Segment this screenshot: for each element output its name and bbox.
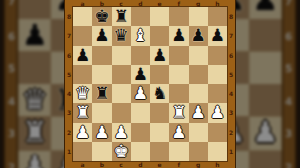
- rank-label-5: 5: [65, 65, 73, 84]
- square-g2[interactable]: [189, 123, 208, 142]
- square-f7[interactable]: ♟: [169, 26, 188, 45]
- file-label-b: b: [92, 161, 111, 168]
- square-f5[interactable]: [169, 65, 188, 84]
- square-h3[interactable]: ♟: [208, 103, 227, 122]
- square-h7[interactable]: ♟: [208, 26, 227, 45]
- square-g8[interactable]: [189, 7, 208, 26]
- square-d7[interactable]: ♝: [131, 26, 150, 45]
- square-b6[interactable]: [92, 46, 111, 65]
- square-c2[interactable]: ♟: [112, 123, 131, 142]
- rank-label-4: 4: [65, 84, 73, 103]
- file-label-e: e: [150, 0, 169, 7]
- black-rook[interactable]: ♜: [94, 85, 109, 102]
- square-a8[interactable]: [73, 7, 92, 26]
- square-e6[interactable]: ♟: [150, 46, 169, 65]
- square-d4[interactable]: ♟: [131, 84, 150, 103]
- square-d3[interactable]: [131, 103, 150, 122]
- file-label-h: h: [208, 161, 227, 168]
- black-pawn[interactable]: ♟: [152, 47, 167, 64]
- rank-label-6: 6: [65, 46, 73, 65]
- square-a2[interactable]: ♟: [73, 123, 92, 142]
- black-knight[interactable]: ♞: [152, 85, 167, 102]
- white-pawn[interactable]: ♟: [114, 124, 129, 141]
- square-e8[interactable]: [150, 7, 169, 26]
- square-h2[interactable]: [208, 123, 227, 142]
- corner-spacer: [227, 161, 235, 168]
- rank-label-1: 1: [65, 142, 73, 161]
- black-pawn[interactable]: ♟: [210, 27, 225, 44]
- white-pawn[interactable]: ♟: [191, 104, 206, 121]
- square-c1[interactable]: ♚: [112, 142, 131, 161]
- square-g4[interactable]: [189, 84, 208, 103]
- white-rook[interactable]: ♜: [75, 104, 90, 121]
- file-label-c: c: [112, 161, 131, 168]
- black-pawn[interactable]: ♟: [171, 27, 186, 44]
- square-a5[interactable]: [73, 65, 92, 84]
- square-b5[interactable]: [92, 65, 111, 84]
- rank-label-8: 8: [65, 7, 73, 26]
- square-c5[interactable]: [112, 65, 131, 84]
- file-label-g: g: [189, 161, 208, 168]
- square-e5[interactable]: [150, 65, 169, 84]
- rank-label-7: 7: [227, 26, 235, 45]
- black-pawn[interactable]: ♟: [191, 27, 206, 44]
- square-b4[interactable]: ♜: [92, 84, 111, 103]
- square-f6[interactable]: [169, 46, 188, 65]
- square-c4[interactable]: [112, 84, 131, 103]
- rank-labels-left: 87654321: [65, 7, 73, 161]
- white-pawn[interactable]: ♟: [75, 124, 90, 141]
- file-label-g: g: [189, 0, 208, 7]
- square-d2[interactable]: [131, 123, 150, 142]
- file-label-f: f: [169, 161, 188, 168]
- corner-spacer: [65, 0, 73, 7]
- black-king[interactable]: ♚: [94, 8, 109, 25]
- square-h6[interactable]: [208, 46, 227, 65]
- corner-spacer: [227, 0, 235, 7]
- square-b3[interactable]: [92, 103, 111, 122]
- rank-label-3: 3: [65, 103, 73, 122]
- foreground-layer: abcdefgh87654321♚♜♟♛♝♟♟♟♟♟♟♛♜♟♞♜♜♟♟♟♟♟♟♚…: [0, 0, 300, 168]
- square-d5[interactable]: ♟: [131, 65, 150, 84]
- square-f1[interactable]: [169, 142, 188, 161]
- square-g7[interactable]: ♟: [189, 26, 208, 45]
- square-c6[interactable]: [112, 46, 131, 65]
- chess-board[interactable]: abcdefgh87654321♚♜♟♛♝♟♟♟♟♟♟♛♜♟♞♜♜♟♟♟♟♟♟♚…: [65, 0, 235, 168]
- file-label-a: a: [73, 161, 92, 168]
- file-label-d: d: [131, 0, 150, 7]
- square-a7[interactable]: [73, 26, 92, 45]
- square-g6[interactable]: [189, 46, 208, 65]
- file-label-a: a: [73, 0, 92, 7]
- rank-label-4: 4: [227, 84, 235, 103]
- square-e3[interactable]: [150, 103, 169, 122]
- white-bishop[interactable]: ♝: [133, 27, 148, 44]
- rank-label-6: 6: [227, 46, 235, 65]
- rank-label-2: 2: [65, 123, 73, 142]
- white-pawn[interactable]: ♟: [210, 104, 225, 121]
- square-g1[interactable]: [189, 142, 208, 161]
- square-g3[interactable]: ♟: [189, 103, 208, 122]
- rank-label-5: 5: [227, 65, 235, 84]
- square-h4[interactable]: [208, 84, 227, 103]
- rank-label-3: 3: [227, 103, 235, 122]
- square-f2[interactable]: ♟: [169, 123, 188, 142]
- file-label-f: f: [169, 0, 188, 7]
- rank-label-2: 2: [227, 123, 235, 142]
- square-a3[interactable]: ♜: [73, 103, 92, 122]
- square-h8[interactable]: [208, 7, 227, 26]
- rank-label-1: 1: [227, 142, 235, 161]
- corner-spacer: [65, 161, 73, 168]
- file-labels-top: abcdefgh: [65, 0, 235, 7]
- square-d6[interactable]: [131, 46, 150, 65]
- square-b8[interactable]: ♚: [92, 7, 111, 26]
- square-d8[interactable]: [131, 7, 150, 26]
- file-labels-bottom: abcdefgh: [65, 161, 235, 168]
- black-pawn[interactable]: ♟: [133, 66, 148, 83]
- file-label-e: e: [150, 161, 169, 168]
- black-rook[interactable]: ♜: [114, 8, 129, 25]
- square-a1[interactable]: [73, 142, 92, 161]
- white-rook[interactable]: ♜: [171, 104, 186, 121]
- white-pawn[interactable]: ♟: [133, 85, 148, 102]
- square-c8[interactable]: ♜: [112, 7, 131, 26]
- square-c7[interactable]: ♛: [112, 26, 131, 45]
- rank-label-7: 7: [65, 26, 73, 45]
- square-b1[interactable]: [92, 142, 111, 161]
- squares-grid: ♚♜♟♛♝♟♟♟♟♟♟♛♜♟♞♜♜♟♟♟♟♟♟♚: [73, 7, 227, 161]
- black-queen[interactable]: ♛: [114, 27, 129, 44]
- rank-label-8: 8: [227, 7, 235, 26]
- square-f8[interactable]: [169, 7, 188, 26]
- square-b7[interactable]: ♟: [92, 26, 111, 45]
- square-f3[interactable]: ♜: [169, 103, 188, 122]
- square-h1[interactable]: [208, 142, 227, 161]
- square-e4[interactable]: ♞: [150, 84, 169, 103]
- square-b2[interactable]: ♟: [92, 123, 111, 142]
- square-e2[interactable]: [150, 123, 169, 142]
- white-queen[interactable]: ♛: [75, 85, 90, 102]
- square-g5[interactable]: [189, 65, 208, 84]
- white-pawn[interactable]: ♟: [94, 124, 109, 141]
- square-a6[interactable]: ♟: [73, 46, 92, 65]
- square-c3[interactable]: [112, 103, 131, 122]
- white-king[interactable]: ♚: [114, 143, 129, 160]
- square-e1[interactable]: [150, 142, 169, 161]
- black-pawn[interactable]: ♟: [94, 27, 109, 44]
- square-d1[interactable]: [131, 142, 150, 161]
- chess-screenshot: abcdefgh87654321♚♜♟♛♝♟♟♟♟♟♟♛♜♟♞♜♜♟♟♟♟♟♟♚…: [0, 0, 300, 168]
- file-label-h: h: [208, 0, 227, 7]
- square-f4[interactable]: [169, 84, 188, 103]
- square-a4[interactable]: ♛: [73, 84, 92, 103]
- square-h5[interactable]: [208, 65, 227, 84]
- file-label-d: d: [131, 161, 150, 168]
- rank-labels-right: 87654321: [227, 7, 235, 161]
- black-pawn[interactable]: ♟: [75, 47, 90, 64]
- square-e7[interactable]: [150, 26, 169, 45]
- white-pawn[interactable]: ♟: [171, 124, 186, 141]
